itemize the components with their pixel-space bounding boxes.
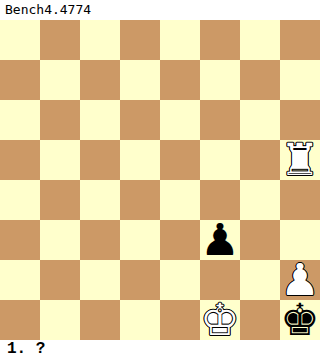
square-b6[interactable] (40, 100, 80, 140)
square-a6[interactable] (0, 100, 40, 140)
square-d5[interactable] (120, 140, 160, 180)
square-a8[interactable] (0, 20, 40, 60)
square-g8[interactable] (240, 20, 280, 60)
chess-board: ♜♟♟♚♚ (0, 20, 320, 340)
chess-app-window: Bench4.4774 ♜♟♟♚♚ 1. ? (0, 0, 320, 360)
square-h4[interactable] (280, 180, 320, 220)
square-f8[interactable] (200, 20, 240, 60)
square-d2[interactable] (120, 260, 160, 300)
square-c5[interactable] (80, 140, 120, 180)
square-b5[interactable] (40, 140, 80, 180)
square-e2[interactable] (160, 260, 200, 300)
square-g5[interactable] (240, 140, 280, 180)
square-e8[interactable] (160, 20, 200, 60)
black-king-piece: ♚ (280, 300, 319, 340)
square-c4[interactable] (80, 180, 120, 220)
square-c7[interactable] (80, 60, 120, 100)
white-king-piece: ♚ (200, 300, 239, 340)
square-d3[interactable] (120, 220, 160, 260)
square-a2[interactable] (0, 260, 40, 300)
square-h7[interactable] (280, 60, 320, 100)
square-c3[interactable] (80, 220, 120, 260)
square-g1[interactable] (240, 300, 280, 340)
square-d4[interactable] (120, 180, 160, 220)
position-title: Bench4.4774 (0, 0, 320, 20)
square-a4[interactable] (0, 180, 40, 220)
square-e4[interactable] (160, 180, 200, 220)
square-a7[interactable] (0, 60, 40, 100)
square-g7[interactable] (240, 60, 280, 100)
square-f1[interactable]: ♚ (200, 300, 240, 340)
square-d8[interactable] (120, 20, 160, 60)
square-h5[interactable]: ♜ (280, 140, 320, 180)
square-d7[interactable] (120, 60, 160, 100)
square-b8[interactable] (40, 20, 80, 60)
square-f3[interactable]: ♟ (200, 220, 240, 260)
square-c1[interactable] (80, 300, 120, 340)
square-f7[interactable] (200, 60, 240, 100)
square-b4[interactable] (40, 180, 80, 220)
square-b2[interactable] (40, 260, 80, 300)
square-c6[interactable] (80, 100, 120, 140)
square-e3[interactable] (160, 220, 200, 260)
square-b1[interactable] (40, 300, 80, 340)
white-rook-piece: ♜ (280, 140, 319, 180)
square-b3[interactable] (40, 220, 80, 260)
square-g2[interactable] (240, 260, 280, 300)
square-e1[interactable] (160, 300, 200, 340)
black-pawn-piece: ♟ (200, 220, 239, 260)
square-a3[interactable] (0, 220, 40, 260)
square-f6[interactable] (200, 100, 240, 140)
square-e5[interactable] (160, 140, 200, 180)
square-d6[interactable] (120, 100, 160, 140)
square-c2[interactable] (80, 260, 120, 300)
square-a1[interactable] (0, 300, 40, 340)
square-b7[interactable] (40, 60, 80, 100)
square-c8[interactable] (80, 20, 120, 60)
move-prompt: 1. ? (0, 340, 320, 360)
square-e7[interactable] (160, 60, 200, 100)
square-g3[interactable] (240, 220, 280, 260)
square-g6[interactable] (240, 100, 280, 140)
square-e6[interactable] (160, 100, 200, 140)
square-h1[interactable]: ♚ (280, 300, 320, 340)
square-h8[interactable] (280, 20, 320, 60)
square-a5[interactable] (0, 140, 40, 180)
square-d1[interactable] (120, 300, 160, 340)
square-g4[interactable] (240, 180, 280, 220)
square-f5[interactable] (200, 140, 240, 180)
